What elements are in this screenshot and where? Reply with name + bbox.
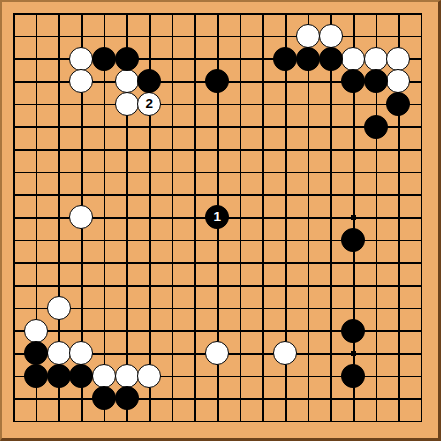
star-point bbox=[351, 215, 356, 220]
board-intersections: 21 bbox=[2, 2, 433, 433]
black-stone bbox=[24, 341, 48, 365]
black-stone bbox=[364, 115, 388, 139]
black-stone bbox=[115, 47, 139, 71]
white-stone bbox=[273, 341, 297, 365]
black-stone bbox=[341, 69, 365, 93]
white-stone bbox=[69, 205, 93, 229]
black-stone bbox=[341, 228, 365, 252]
black-stone-move-1: 1 bbox=[205, 205, 229, 229]
black-stone bbox=[92, 47, 116, 71]
black-stone bbox=[319, 47, 343, 71]
white-stone bbox=[364, 47, 388, 71]
white-stone bbox=[296, 24, 320, 48]
go-board[interactable]: 21 bbox=[0, 0, 441, 441]
black-stone bbox=[69, 364, 93, 388]
white-stone bbox=[319, 24, 343, 48]
white-stone bbox=[69, 69, 93, 93]
white-stone bbox=[386, 69, 410, 93]
white-stone bbox=[341, 47, 365, 71]
white-stone bbox=[24, 319, 48, 343]
white-stone bbox=[115, 69, 139, 93]
black-stone bbox=[137, 69, 161, 93]
black-stone bbox=[92, 386, 116, 410]
white-stone bbox=[115, 92, 139, 116]
black-stone bbox=[273, 47, 297, 71]
white-stone bbox=[92, 364, 116, 388]
black-stone bbox=[47, 364, 71, 388]
white-stone bbox=[137, 364, 161, 388]
black-stone bbox=[364, 69, 388, 93]
white-stone bbox=[69, 341, 93, 365]
black-stone bbox=[205, 69, 229, 93]
black-stone bbox=[386, 92, 410, 116]
white-stone bbox=[69, 47, 93, 71]
black-stone bbox=[24, 364, 48, 388]
white-stone bbox=[47, 341, 71, 365]
black-stone bbox=[341, 319, 365, 343]
white-stone bbox=[386, 47, 410, 71]
white-stone bbox=[205, 341, 229, 365]
white-stone-move-2: 2 bbox=[137, 92, 161, 116]
black-stone bbox=[296, 47, 320, 71]
white-stone bbox=[47, 296, 71, 320]
white-stone bbox=[115, 364, 139, 388]
black-stone bbox=[341, 364, 365, 388]
black-stone bbox=[115, 386, 139, 410]
star-point bbox=[351, 351, 356, 356]
